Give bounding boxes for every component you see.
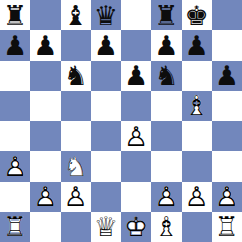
square-c5[interactable] <box>61 91 91 121</box>
square-g5[interactable]: ♝♗ <box>182 91 212 121</box>
square-a2[interactable] <box>0 182 30 212</box>
piece-glyph-outline: ♔ <box>121 212 151 242</box>
piece-glyph-fill: ♟ <box>121 121 151 151</box>
square-f7[interactable]: ♟ <box>151 30 181 60</box>
piece-black-rook[interactable]: ♜ <box>151 0 181 30</box>
square-c1[interactable] <box>61 212 91 242</box>
square-e3[interactable] <box>121 151 151 181</box>
square-h5[interactable] <box>212 91 242 121</box>
square-h4[interactable] <box>212 121 242 151</box>
piece-glyph-fill: ♚ <box>121 212 151 242</box>
square-g4[interactable] <box>182 121 212 151</box>
square-b4[interactable] <box>30 121 60 151</box>
square-g1[interactable] <box>182 212 212 242</box>
piece-glyph-outline: ♙ <box>30 182 60 212</box>
piece-glyph-fill: ♛ <box>91 0 121 30</box>
piece-glyph-fill: ♟ <box>30 30 60 60</box>
piece-glyph-outline: ♗ <box>151 212 181 242</box>
piece-black-pawn[interactable]: ♟ <box>30 30 60 60</box>
piece-glyph-fill: ♜ <box>0 212 30 242</box>
piece-white-pawn[interactable]: ♟♙ <box>151 182 181 212</box>
piece-white-knight[interactable]: ♞♘ <box>61 151 91 181</box>
piece-white-pawn[interactable]: ♟♙ <box>212 182 242 212</box>
square-f3[interactable] <box>151 151 181 181</box>
piece-black-bishop[interactable]: ♝ <box>61 0 91 30</box>
piece-white-pawn[interactable]: ♟♙ <box>182 182 212 212</box>
piece-glyph-fill: ♟ <box>182 30 212 60</box>
square-h7[interactable] <box>212 30 242 60</box>
piece-glyph-outline: ♙ <box>0 151 30 181</box>
piece-white-king[interactable]: ♚♔ <box>121 212 151 242</box>
square-c7[interactable] <box>61 30 91 60</box>
square-f6[interactable]: ♞ <box>151 61 181 91</box>
piece-white-queen[interactable]: ♛♕ <box>91 212 121 242</box>
square-a7[interactable]: ♟ <box>0 30 30 60</box>
piece-glyph-outline: ♘ <box>61 151 91 181</box>
piece-white-pawn[interactable]: ♟♙ <box>30 182 60 212</box>
piece-black-pawn[interactable]: ♟ <box>121 61 151 91</box>
piece-glyph-outline: ♙ <box>182 182 212 212</box>
piece-glyph-fill: ♟ <box>121 61 151 91</box>
square-g7[interactable]: ♟ <box>182 30 212 60</box>
piece-glyph-fill: ♝ <box>182 91 212 121</box>
square-c6[interactable]: ♞ <box>61 61 91 91</box>
piece-glyph-outline: ♙ <box>61 182 91 212</box>
piece-black-pawn[interactable]: ♟ <box>0 30 30 60</box>
square-b2[interactable]: ♟♙ <box>30 182 60 212</box>
square-b1[interactable] <box>30 212 60 242</box>
piece-glyph-fill: ♜ <box>151 0 181 30</box>
piece-glyph-fill: ♟ <box>0 30 30 60</box>
square-f1[interactable]: ♝♗ <box>151 212 181 242</box>
square-a3[interactable]: ♟♙ <box>0 151 30 181</box>
square-h6[interactable]: ♟ <box>212 61 242 91</box>
square-f8[interactable]: ♜ <box>151 0 181 30</box>
square-g3[interactable] <box>182 151 212 181</box>
square-e2[interactable] <box>121 182 151 212</box>
piece-white-rook[interactable]: ♜♖ <box>212 212 242 242</box>
piece-glyph-fill: ♟ <box>151 30 181 60</box>
piece-black-pawn[interactable]: ♟ <box>212 61 242 91</box>
piece-glyph-fill: ♝ <box>151 212 181 242</box>
piece-glyph-fill: ♚ <box>182 0 212 30</box>
square-e6[interactable]: ♟ <box>121 61 151 91</box>
piece-black-rook[interactable]: ♜ <box>0 0 30 30</box>
piece-glyph-outline: ♖ <box>212 212 242 242</box>
piece-black-queen[interactable]: ♛ <box>91 0 121 30</box>
square-f4[interactable] <box>151 121 181 151</box>
piece-glyph-outline: ♕ <box>91 212 121 242</box>
piece-glyph-fill: ♞ <box>61 151 91 181</box>
square-a6[interactable] <box>0 61 30 91</box>
piece-glyph-fill: ♞ <box>151 61 181 91</box>
square-c8[interactable]: ♝ <box>61 0 91 30</box>
square-e4[interactable]: ♟♙ <box>121 121 151 151</box>
square-e5[interactable] <box>121 91 151 121</box>
piece-glyph-outline: ♙ <box>121 121 151 151</box>
square-d5[interactable] <box>91 91 121 121</box>
piece-white-pawn[interactable]: ♟♙ <box>0 151 30 181</box>
piece-glyph-fill: ♟ <box>30 182 60 212</box>
piece-black-pawn[interactable]: ♟ <box>91 30 121 60</box>
square-e1[interactable]: ♚♔ <box>121 212 151 242</box>
square-c3[interactable]: ♞♘ <box>61 151 91 181</box>
square-b6[interactable] <box>30 61 60 91</box>
piece-white-bishop[interactable]: ♝♗ <box>182 91 212 121</box>
square-a4[interactable] <box>0 121 30 151</box>
square-d7[interactable]: ♟ <box>91 30 121 60</box>
piece-black-knight[interactable]: ♞ <box>151 61 181 91</box>
square-d4[interactable] <box>91 121 121 151</box>
piece-white-pawn[interactable]: ♟♙ <box>61 182 91 212</box>
square-a1[interactable]: ♜♖ <box>0 212 30 242</box>
square-d1[interactable]: ♛♕ <box>91 212 121 242</box>
piece-glyph-outline: ♖ <box>0 212 30 242</box>
square-h3[interactable] <box>212 151 242 181</box>
piece-glyph-fill: ♟ <box>91 30 121 60</box>
piece-glyph-fill: ♟ <box>0 151 30 181</box>
piece-white-bishop[interactable]: ♝♗ <box>151 212 181 242</box>
piece-black-king[interactable]: ♚ <box>182 0 212 30</box>
piece-glyph-fill: ♞ <box>61 61 91 91</box>
square-d8[interactable]: ♛ <box>91 0 121 30</box>
square-b5[interactable] <box>30 91 60 121</box>
piece-glyph-fill: ♜ <box>212 212 242 242</box>
piece-glyph-fill: ♟ <box>182 182 212 212</box>
square-e7[interactable] <box>121 30 151 60</box>
square-a8[interactable]: ♜ <box>0 0 30 30</box>
square-g8[interactable]: ♚ <box>182 0 212 30</box>
square-g6[interactable] <box>182 61 212 91</box>
piece-glyph-fill: ♝ <box>61 0 91 30</box>
square-d2[interactable] <box>91 182 121 212</box>
square-e8[interactable] <box>121 0 151 30</box>
square-c4[interactable] <box>61 121 91 151</box>
square-c2[interactable]: ♟♙ <box>61 182 91 212</box>
piece-white-rook[interactable]: ♜♖ <box>0 212 30 242</box>
square-f2[interactable]: ♟♙ <box>151 182 181 212</box>
piece-white-pawn[interactable]: ♟♙ <box>121 121 151 151</box>
square-h1[interactable]: ♜♖ <box>212 212 242 242</box>
piece-black-knight[interactable]: ♞ <box>61 61 91 91</box>
piece-glyph-fill: ♟ <box>212 61 242 91</box>
piece-glyph-outline: ♙ <box>212 182 242 212</box>
square-b3[interactable] <box>30 151 60 181</box>
square-h8[interactable] <box>212 0 242 30</box>
square-b7[interactable]: ♟ <box>30 30 60 60</box>
piece-glyph-fill: ♟ <box>212 182 242 212</box>
square-d6[interactable] <box>91 61 121 91</box>
piece-glyph-fill: ♟ <box>61 182 91 212</box>
square-b8[interactable] <box>30 0 60 30</box>
piece-glyph-fill: ♛ <box>91 212 121 242</box>
piece-glyph-outline: ♗ <box>182 91 212 121</box>
chess-board: ♜♝♛♜♚♟♟♟♟♟♞♟♞♟♝♗♟♙♟♙♞♘♟♙♟♙♟♙♟♙♟♙♜♖♛♕♚♔♝♗… <box>0 0 242 242</box>
square-a5[interactable] <box>0 91 30 121</box>
square-h2[interactable]: ♟♙ <box>212 182 242 212</box>
piece-glyph-outline: ♙ <box>151 182 181 212</box>
square-g2[interactable]: ♟♙ <box>182 182 212 212</box>
piece-black-pawn[interactable]: ♟ <box>151 30 181 60</box>
piece-glyph-fill: ♟ <box>151 182 181 212</box>
piece-glyph-fill: ♜ <box>0 0 30 30</box>
square-d3[interactable] <box>91 151 121 181</box>
square-f5[interactable] <box>151 91 181 121</box>
piece-black-pawn[interactable]: ♟ <box>182 30 212 60</box>
